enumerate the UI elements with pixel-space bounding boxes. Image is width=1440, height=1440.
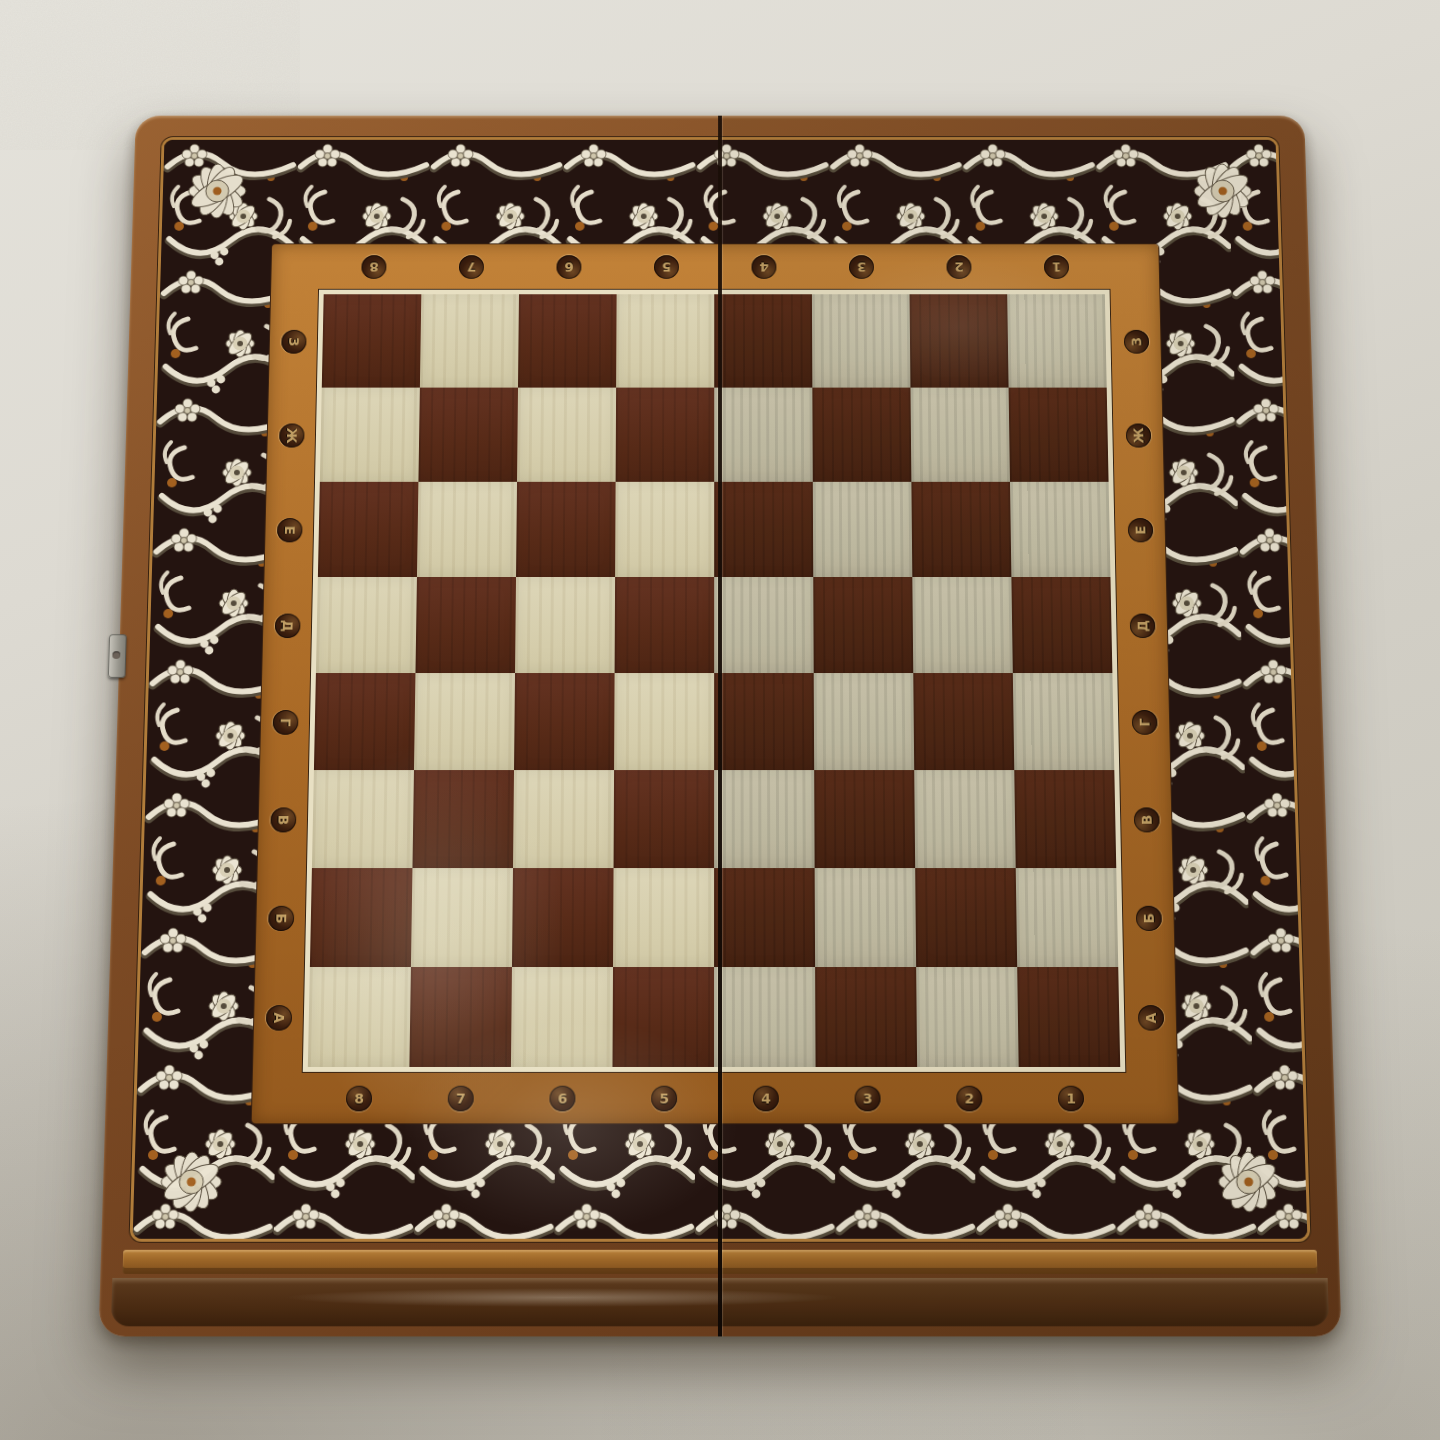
square-g4[interactable]: [714, 388, 813, 482]
coord-top-1: 1: [1044, 255, 1069, 279]
square-e6[interactable]: [515, 577, 615, 673]
square-d2[interactable]: [913, 673, 1014, 770]
square-h8[interactable]: [322, 294, 422, 387]
square-b2[interactable]: [915, 868, 1017, 967]
square-f8[interactable]: [318, 482, 419, 577]
coord-right-З: З: [1124, 330, 1149, 354]
square-a1[interactable]: [1017, 967, 1120, 1067]
rosette-icon: [147, 1139, 235, 1225]
square-a6[interactable]: [511, 967, 613, 1067]
coord-bottom-1: 1: [1058, 1086, 1084, 1112]
square-h6[interactable]: [518, 294, 617, 387]
square-a5[interactable]: [612, 967, 714, 1067]
coord-top-3: 3: [849, 255, 874, 279]
square-g2[interactable]: [910, 388, 1010, 482]
square-e5[interactable]: [615, 577, 715, 673]
square-c7[interactable]: [412, 770, 514, 868]
coord-top-5: 5: [654, 255, 679, 279]
coord-bottom-3: 3: [855, 1086, 881, 1112]
square-a7[interactable]: [409, 967, 512, 1067]
coord-bottom-7: 7: [448, 1086, 474, 1112]
square-b7[interactable]: [411, 868, 513, 967]
square-e7[interactable]: [415, 577, 516, 673]
square-f4[interactable]: [714, 482, 813, 577]
square-b6[interactable]: [512, 868, 614, 967]
square-g6[interactable]: [517, 388, 616, 482]
square-b4[interactable]: [714, 868, 815, 967]
coord-right-А: А: [1138, 1005, 1164, 1030]
square-g7[interactable]: [418, 388, 518, 482]
coord-top-8: 8: [361, 255, 386, 279]
coord-right-Б: Б: [1136, 906, 1162, 931]
square-g1[interactable]: [1009, 388, 1109, 482]
square-h3[interactable]: [812, 294, 911, 387]
square-e4[interactable]: [714, 577, 814, 673]
coord-top-6: 6: [556, 255, 581, 279]
coord-top-7: 7: [459, 255, 484, 279]
square-d7[interactable]: [414, 673, 515, 770]
chessboard: [308, 294, 1120, 1067]
square-a2[interactable]: [916, 967, 1019, 1067]
square-f6[interactable]: [516, 482, 616, 577]
board-photo: 8765432187654321ЗЖЕДГВБАЗЖЕДГВБА: [99, 116, 1342, 1337]
rosette-icon: [1205, 1139, 1293, 1225]
square-c5[interactable]: [614, 770, 715, 868]
coord-bottom-8: 8: [346, 1086, 372, 1112]
square-e2[interactable]: [912, 577, 1013, 673]
coord-right-Д: Д: [1130, 614, 1156, 638]
coordinate-frame: 8765432187654321ЗЖЕДГВБАЗЖЕДГВБА: [252, 244, 1178, 1123]
coord-bottom-5: 5: [651, 1086, 677, 1112]
square-h2[interactable]: [910, 294, 1009, 387]
square-h1[interactable]: [1007, 294, 1107, 387]
coord-left-Д: Д: [275, 614, 301, 638]
coord-bottom-4: 4: [753, 1086, 779, 1112]
square-d5[interactable]: [614, 673, 714, 770]
square-f5[interactable]: [615, 482, 714, 577]
coord-right-Е: Е: [1128, 518, 1154, 542]
wooden-board-box: 8765432187654321ЗЖЕДГВБАЗЖЕДГВБА: [99, 116, 1342, 1337]
square-f3[interactable]: [813, 482, 913, 577]
coord-bottom-6: 6: [549, 1086, 575, 1112]
square-b5[interactable]: [613, 868, 714, 967]
square-f1[interactable]: [1010, 482, 1110, 577]
square-c8[interactable]: [312, 770, 414, 868]
square-e1[interactable]: [1011, 577, 1112, 673]
coord-top-4: 4: [752, 255, 777, 279]
coord-top-2: 2: [946, 255, 971, 279]
square-f7[interactable]: [417, 482, 517, 577]
square-c6[interactable]: [513, 770, 614, 868]
coord-bottom-2: 2: [956, 1086, 982, 1112]
glare-highlight: [282, 1288, 842, 1307]
square-e8[interactable]: [316, 577, 417, 673]
square-b8[interactable]: [310, 868, 413, 967]
rosette-icon: [175, 152, 259, 229]
square-f2[interactable]: [911, 482, 1011, 577]
square-h4[interactable]: [714, 294, 812, 387]
square-g8[interactable]: [320, 388, 420, 482]
coord-left-З: З: [281, 330, 306, 354]
coord-left-В: В: [270, 807, 296, 832]
square-c1[interactable]: [1014, 770, 1116, 868]
square-b1[interactable]: [1016, 868, 1119, 967]
square-e3[interactable]: [813, 577, 913, 673]
square-d3[interactable]: [814, 673, 915, 770]
square-a4[interactable]: [714, 967, 816, 1067]
coord-right-В: В: [1134, 807, 1160, 832]
square-c2[interactable]: [914, 770, 1016, 868]
square-h5[interactable]: [616, 294, 714, 387]
coord-right-Г: Г: [1132, 710, 1158, 735]
square-a8[interactable]: [308, 967, 411, 1067]
coord-left-Г: Г: [273, 710, 299, 735]
coord-left-Б: Б: [268, 906, 294, 931]
square-a3[interactable]: [815, 967, 917, 1067]
rosette-icon: [1181, 152, 1265, 229]
coord-right-Ж: Ж: [1126, 424, 1152, 448]
fold-seam: [718, 116, 722, 1337]
square-g3[interactable]: [812, 388, 911, 482]
square-h7[interactable]: [420, 294, 519, 387]
square-c4[interactable]: [714, 770, 815, 868]
coord-left-А: А: [266, 1005, 292, 1030]
board-pinstripe: [303, 290, 1126, 1072]
square-g5[interactable]: [616, 388, 715, 482]
coord-left-Ж: Ж: [279, 424, 305, 448]
square-d8[interactable]: [314, 673, 416, 770]
hinge-clasp: [108, 634, 127, 677]
square-d1[interactable]: [1013, 673, 1114, 770]
square-d4[interactable]: [714, 673, 814, 770]
square-c3[interactable]: [814, 770, 915, 868]
coord-left-Е: Е: [277, 518, 303, 542]
square-b3[interactable]: [815, 868, 917, 967]
square-d6[interactable]: [514, 673, 615, 770]
